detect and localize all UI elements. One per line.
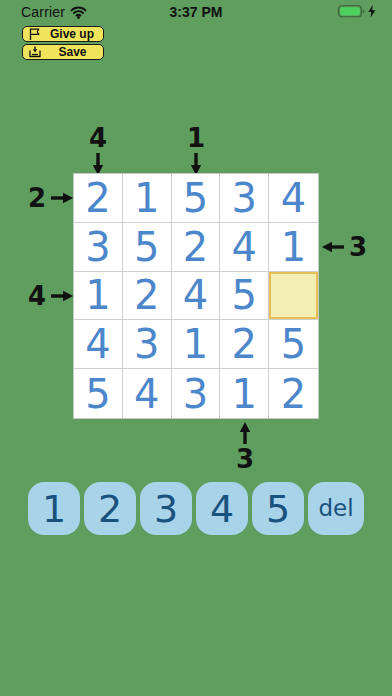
grid-cell-r2c5[interactable]: 1 [269,223,318,272]
grid-cell-r4c1[interactable]: 4 [74,320,123,369]
clock: 3:37 PM [0,4,392,20]
key-1[interactable]: 1 [28,482,80,535]
flag-icon [29,28,40,40]
battery-icon [338,5,365,18]
clue-number: 2 [28,185,46,211]
grid-cell-r3c4[interactable]: 5 [220,272,269,321]
grid-cell-r4c3[interactable]: 1 [172,320,221,369]
grid-cell-r3c2[interactable]: 2 [123,272,172,321]
clue-top-col3: 1 [183,125,209,175]
app-screen: Carrier 3:37 PM [0,0,392,696]
grid-cell-r4c5[interactable]: 5 [269,320,318,369]
clue-number: 4 [89,125,107,151]
clue-left-row1: 2 [28,183,73,213]
clue-bottom-col4: 3 [232,422,258,472]
grid-cell-r1c3[interactable]: 5 [172,174,221,223]
save-icon [29,46,41,58]
key-2[interactable]: 2 [84,482,136,535]
clue-number: 4 [28,283,46,309]
puzzle-grid: 2 1 5 3 4 3 5 2 4 1 1 2 4 5 4 3 1 2 5 5 … [73,173,319,419]
charging-bolt-icon [368,5,376,18]
save-button[interactable]: Save [22,44,104,60]
grid-cell-r1c5[interactable]: 4 [269,174,318,223]
key-4[interactable]: 4 [196,482,248,535]
clue-number: 1 [187,125,205,151]
arrow-up-icon [239,422,251,444]
grid-cell-r1c1[interactable]: 2 [74,174,123,223]
key-5[interactable]: 5 [252,482,304,535]
clue-left-row3: 4 [28,281,73,311]
grid-cell-r3c5-selected[interactable] [269,272,318,321]
arrow-right-icon [51,192,73,204]
arrow-down-icon [92,153,104,175]
save-label: Save [48,46,97,58]
clue-number: 3 [236,446,254,472]
grid-cell-r3c3[interactable]: 4 [172,272,221,321]
grid-cell-r5c1[interactable]: 5 [74,369,123,418]
grid-cell-r5c5[interactable]: 2 [269,369,318,418]
grid-cell-r2c2[interactable]: 5 [123,223,172,272]
grid-cell-r2c3[interactable]: 2 [172,223,221,272]
grid-cell-r4c2[interactable]: 3 [123,320,172,369]
grid-cell-r3c1[interactable]: 1 [74,272,123,321]
clue-right-row2: 3 [322,232,367,262]
status-bar: Carrier 3:37 PM [0,0,392,24]
grid-cell-r2c1[interactable]: 3 [74,223,123,272]
give-up-button[interactable]: Give up [22,26,104,42]
grid-cell-r4c4[interactable]: 2 [220,320,269,369]
grid-cell-r5c4[interactable]: 1 [220,369,269,418]
give-up-label: Give up [47,28,97,40]
grid-cell-r1c4[interactable]: 3 [220,174,269,223]
key-3[interactable]: 3 [140,482,192,535]
grid-cell-r1c2[interactable]: 1 [123,174,172,223]
key-delete[interactable]: del [308,482,364,535]
arrow-right-icon [51,290,73,302]
grid-cell-r2c4[interactable]: 4 [220,223,269,272]
number-keypad: 1 2 3 4 5 del [0,482,392,535]
grid-cell-r5c2[interactable]: 4 [123,369,172,418]
arrow-left-icon [322,241,344,253]
clue-number: 3 [349,234,367,260]
arrow-down-icon [190,153,202,175]
grid-cell-r5c3[interactable]: 3 [172,369,221,418]
clue-top-col1: 4 [85,125,111,175]
